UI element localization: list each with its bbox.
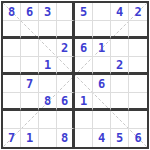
cell-r6c2[interactable] [21, 93, 39, 111]
given-digit: 8 [61, 132, 68, 144]
cell-r3c6[interactable]: 1 [93, 39, 111, 57]
given-digit: 1 [44, 59, 51, 71]
cell-r4c8[interactable] [129, 57, 147, 75]
cell-r6c4[interactable]: 6 [57, 93, 75, 111]
cell-r7c4[interactable] [57, 111, 75, 129]
cell-r2c3[interactable] [39, 21, 57, 39]
cell-r7c7[interactable] [111, 111, 129, 129]
cell-r2c2[interactable] [21, 21, 39, 39]
given-digit: 6 [134, 132, 141, 144]
cell-r5c1[interactable] [3, 75, 21, 93]
cell-r6c3[interactable]: 8 [39, 93, 57, 111]
given-digit: 2 [116, 59, 123, 71]
cell-r4c5[interactable] [75, 57, 93, 75]
cell-r1c7[interactable]: 4 [111, 3, 129, 21]
given-digit: 8 [44, 95, 51, 107]
given-digit: 1 [80, 95, 87, 107]
cell-r5c4[interactable] [57, 75, 75, 93]
cell-r7c2[interactable] [21, 111, 39, 129]
cell-r4c3[interactable]: 1 [39, 57, 57, 75]
cell-r4c1[interactable] [3, 57, 21, 75]
cell-r6c7[interactable] [111, 93, 129, 111]
given-digit: 5 [116, 132, 123, 144]
given-digit: 4 [116, 6, 123, 18]
cell-r2c5[interactable] [75, 21, 93, 39]
cell-r7c8[interactable] [129, 111, 147, 129]
given-digit: 3 [44, 6, 51, 18]
cell-r2c8[interactable] [129, 21, 147, 39]
cell-r8c6[interactable]: 4 [93, 129, 111, 147]
cell-r6c5[interactable]: 1 [75, 93, 93, 111]
given-digit: 1 [26, 132, 33, 144]
given-digit: 5 [80, 6, 87, 18]
cell-r1c3[interactable]: 3 [39, 3, 57, 21]
cell-r5c7[interactable] [111, 75, 129, 93]
cell-r5c6[interactable]: 6 [93, 75, 111, 93]
cell-r8c1[interactable]: 7 [3, 129, 21, 147]
cell-r8c3[interactable] [39, 129, 57, 147]
cell-r6c6[interactable] [93, 93, 111, 111]
cell-r1c8[interactable]: 2 [129, 3, 147, 21]
sudoku-grid: 8635422611276861718456 [3, 3, 147, 147]
cell-r3c7[interactable] [111, 39, 129, 57]
cell-r2c1[interactable] [3, 21, 21, 39]
given-digit: 6 [80, 42, 87, 54]
cell-r4c4[interactable] [57, 57, 75, 75]
cell-r3c8[interactable] [129, 39, 147, 57]
given-digit: 4 [98, 132, 105, 144]
cell-r3c3[interactable] [39, 39, 57, 57]
cell-r1c5[interactable]: 5 [75, 3, 93, 21]
cell-r7c1[interactable] [3, 111, 21, 129]
cell-r5c8[interactable] [129, 75, 147, 93]
cell-r8c2[interactable]: 1 [21, 129, 39, 147]
cell-r4c7[interactable]: 2 [111, 57, 129, 75]
cell-r3c2[interactable] [21, 39, 39, 57]
cell-r2c6[interactable] [93, 21, 111, 39]
given-digit: 7 [8, 132, 15, 144]
cell-r7c5[interactable] [75, 111, 93, 129]
cell-r3c4[interactable]: 2 [57, 39, 75, 57]
cell-r5c3[interactable] [39, 75, 57, 93]
cell-r1c4[interactable] [57, 3, 75, 21]
cell-r4c2[interactable] [21, 57, 39, 75]
cell-r5c2[interactable]: 7 [21, 75, 39, 93]
cell-r1c6[interactable] [93, 3, 111, 21]
given-digit: 6 [98, 78, 105, 90]
cell-r7c3[interactable] [39, 111, 57, 129]
given-digit: 1 [98, 42, 105, 54]
given-digit: 6 [26, 6, 33, 18]
cell-r5c5[interactable] [75, 75, 93, 93]
cell-r6c8[interactable] [129, 93, 147, 111]
cell-r2c4[interactable] [57, 21, 75, 39]
given-digit: 8 [8, 6, 15, 18]
cell-r4c6[interactable] [93, 57, 111, 75]
cell-r8c7[interactable]: 5 [111, 129, 129, 147]
sudoku-board: 8635422611276861718456 [1, 1, 149, 149]
cell-r7c6[interactable] [93, 111, 111, 129]
cell-r3c1[interactable] [3, 39, 21, 57]
cell-r1c1[interactable]: 8 [3, 3, 21, 21]
cell-r1c2[interactable]: 6 [21, 3, 39, 21]
cell-r8c4[interactable]: 8 [57, 129, 75, 147]
given-digit: 2 [134, 6, 141, 18]
given-digit: 6 [61, 95, 68, 107]
cell-r8c5[interactable] [75, 129, 93, 147]
cell-r8c8[interactable]: 6 [129, 129, 147, 147]
given-digit: 2 [61, 42, 68, 54]
cell-r6c1[interactable] [3, 93, 21, 111]
cell-r2c7[interactable] [111, 21, 129, 39]
cell-r3c5[interactable]: 6 [75, 39, 93, 57]
given-digit: 7 [26, 78, 33, 90]
